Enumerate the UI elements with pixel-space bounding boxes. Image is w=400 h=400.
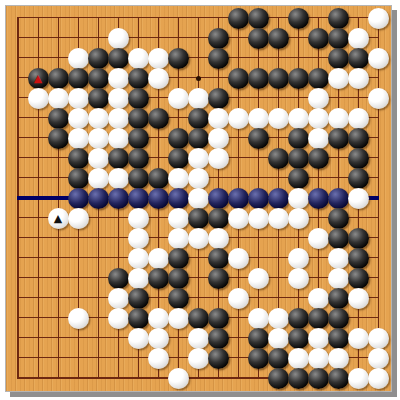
white-stone-r14-c11[interactable] — [228, 288, 249, 309]
white-stone-r17-c18[interactable] — [368, 348, 389, 369]
white-stone-r4-c1[interactable] — [28, 88, 49, 109]
white-stone-r17-c14[interactable] — [288, 348, 309, 369]
white-stone-r14-c15[interactable] — [308, 288, 329, 309]
black-stone-r8-c6[interactable] — [128, 168, 149, 189]
black-stone-r14-c6[interactable] — [128, 288, 149, 309]
go-board[interactable]: ▲▲ — [5, 5, 392, 392]
stone-layer: ▲▲ — [8, 8, 388, 388]
black-stone-r6-c9[interactable] — [188, 128, 209, 149]
black-stone-r10-c10[interactable] — [208, 208, 229, 229]
black-stone-r8-c7[interactable] — [148, 168, 169, 189]
black-stone-r10-c16[interactable] — [328, 208, 349, 229]
triangle-marker: ▲ — [48, 208, 69, 229]
white-stone-r17-c16[interactable] — [328, 348, 349, 369]
white-stone-r13-c16[interactable] — [328, 268, 349, 289]
black-stone-r5-c7[interactable] — [148, 108, 169, 129]
black-stone-r11-c16[interactable] — [328, 228, 349, 249]
black-stone-r9-c8[interactable] — [168, 188, 189, 209]
black-stone-r0-c12[interactable] — [248, 8, 269, 29]
black-stone-r5-c2[interactable] — [48, 108, 69, 129]
white-stone-r5-c11[interactable] — [228, 108, 249, 129]
white-stone-r11-c10[interactable] — [208, 228, 229, 249]
black-stone-r3-c12[interactable] — [248, 68, 269, 89]
white-stone-r2-c3[interactable] — [68, 48, 89, 69]
white-stone-r8-c9[interactable] — [188, 168, 209, 189]
white-stone-r13-c14[interactable] — [288, 268, 309, 289]
black-stone-r5-c6[interactable] — [128, 108, 149, 129]
white-stone-r8-c8[interactable] — [168, 168, 189, 189]
black-stone-r8-c17[interactable] — [348, 168, 369, 189]
white-stone-r5-c5[interactable] — [108, 108, 129, 129]
black-stone-r9-c11[interactable] — [228, 188, 249, 209]
white-stone-r7-c4[interactable] — [88, 148, 109, 169]
black-stone-r3-c4[interactable] — [88, 68, 109, 89]
black-stone-r2-c10[interactable] — [208, 48, 229, 69]
black-stone-r4-c10[interactable] — [208, 88, 229, 109]
white-stone-r4-c3[interactable] — [68, 88, 89, 109]
black-stone-r1-c13[interactable] — [268, 28, 289, 49]
black-stone-r7-c14[interactable] — [288, 148, 309, 169]
white-stone-r6-c15[interactable] — [308, 128, 329, 149]
black-stone-r13-c7[interactable] — [148, 268, 169, 289]
white-stone-r6-c5[interactable] — [108, 128, 129, 149]
black-stone-r9-c4[interactable] — [88, 188, 109, 209]
white-stone-r17-c7[interactable] — [148, 348, 169, 369]
white-stone-r12-c7[interactable] — [148, 248, 169, 269]
white-stone-r16-c13[interactable] — [268, 328, 289, 349]
white-stone-r16-c18[interactable] — [368, 328, 389, 349]
white-stone-r15-c8[interactable] — [168, 308, 189, 329]
white-stone-r4-c15[interactable] — [308, 88, 329, 109]
white-stone-r2-c6[interactable] — [128, 48, 149, 69]
black-stone-r7-c13[interactable] — [268, 148, 289, 169]
black-stone-r13-c10[interactable] — [208, 268, 229, 289]
white-stone-r10-c3[interactable] — [68, 208, 89, 229]
black-stone-r11-c17[interactable] — [348, 228, 369, 249]
black-stone-r9-c6[interactable] — [128, 188, 149, 209]
black-stone-r16-c16[interactable] — [328, 328, 349, 349]
black-stone-r4-c6[interactable] — [128, 88, 149, 109]
black-stone-r1-c12[interactable] — [248, 28, 269, 49]
white-stone-r5-c16[interactable] — [328, 108, 349, 129]
white-stone-r13-c6[interactable] — [128, 268, 149, 289]
white-stone-r0-c18[interactable] — [368, 8, 389, 29]
white-stone-r10-c14[interactable] — [288, 208, 309, 229]
white-stone-r12-c16[interactable] — [328, 248, 349, 269]
white-stone-r10-c11[interactable] — [228, 208, 249, 229]
white-stone-r3-c17[interactable] — [348, 68, 369, 89]
white-stone-r4-c2[interactable] — [48, 88, 69, 109]
white-stone-r16-c9[interactable] — [188, 328, 209, 349]
white-stone-r16-c7[interactable] — [148, 328, 169, 349]
white-stone-r10-c2[interactable]: ▲ — [48, 208, 69, 229]
black-stone-r9-c12[interactable] — [248, 188, 269, 209]
white-stone-r5-c10[interactable] — [208, 108, 229, 129]
black-stone-r4-c4[interactable] — [88, 88, 109, 109]
black-stone-r1-c16[interactable] — [328, 28, 349, 49]
white-stone-r15-c7[interactable] — [148, 308, 169, 329]
white-stone-r9-c17[interactable] — [348, 188, 369, 209]
black-stone-r16-c12[interactable] — [248, 328, 269, 349]
white-stone-r5-c17[interactable] — [348, 108, 369, 129]
black-stone-r18-c14[interactable] — [288, 368, 309, 389]
white-stone-r18-c18[interactable] — [368, 368, 389, 389]
black-stone-r2-c17[interactable] — [348, 48, 369, 69]
black-stone-r7-c3[interactable] — [68, 148, 89, 169]
white-stone-r15-c5[interactable] — [108, 308, 129, 329]
black-stone-r15-c15[interactable] — [308, 308, 329, 329]
black-stone-r3-c14[interactable] — [288, 68, 309, 89]
black-stone-r3-c11[interactable] — [228, 68, 249, 89]
black-stone-r16-c10[interactable] — [208, 328, 229, 349]
black-stone-r7-c6[interactable] — [128, 148, 149, 169]
white-stone-r4-c18[interactable] — [368, 88, 389, 109]
black-stone-r7-c15[interactable] — [308, 148, 329, 169]
triangle-marker: ▲ — [28, 68, 49, 89]
white-stone-r7-c10[interactable] — [208, 148, 229, 169]
black-stone-r0-c14[interactable] — [288, 8, 309, 29]
white-stone-r5-c12[interactable] — [248, 108, 269, 129]
white-stone-r17-c15[interactable] — [308, 348, 329, 369]
white-stone-r5-c3[interactable] — [68, 108, 89, 129]
black-stone-r14-c8[interactable] — [168, 288, 189, 309]
white-stone-r5-c14[interactable] — [288, 108, 309, 129]
black-stone-r8-c3[interactable] — [68, 168, 89, 189]
black-stone-r13-c8[interactable] — [168, 268, 189, 289]
black-stone-r3-c15[interactable] — [308, 68, 329, 89]
white-stone-r8-c4[interactable] — [88, 168, 109, 189]
white-stone-r6-c4[interactable] — [88, 128, 109, 149]
black-stone-r8-c14[interactable] — [288, 168, 309, 189]
white-stone-r10-c13[interactable] — [268, 208, 289, 229]
white-stone-r13-c12[interactable] — [248, 268, 269, 289]
black-stone-r15-c10[interactable] — [208, 308, 229, 329]
white-stone-r15-c13[interactable] — [268, 308, 289, 329]
white-stone-r12-c14[interactable] — [288, 248, 309, 269]
black-stone-r17-c12[interactable] — [248, 348, 269, 369]
black-stone-r7-c5[interactable] — [108, 148, 129, 169]
white-stone-r5-c15[interactable] — [308, 108, 329, 129]
white-stone-r3-c5[interactable] — [108, 68, 129, 89]
black-stone-r16-c14[interactable] — [288, 328, 309, 349]
black-stone-r9-c15[interactable] — [308, 188, 329, 209]
black-stone-r12-c8[interactable] — [168, 248, 189, 269]
black-stone-r0-c11[interactable] — [228, 8, 249, 29]
white-stone-r4-c8[interactable] — [168, 88, 189, 109]
black-stone-r15-c16[interactable] — [328, 308, 349, 329]
black-stone-r6-c6[interactable] — [128, 128, 149, 149]
white-stone-r7-c9[interactable] — [188, 148, 209, 169]
white-stone-r4-c5[interactable] — [108, 88, 129, 109]
black-stone-r15-c14[interactable] — [288, 308, 309, 329]
black-stone-r2-c8[interactable] — [168, 48, 189, 69]
black-stone-r7-c8[interactable] — [168, 148, 189, 169]
white-stone-r2-c7[interactable] — [148, 48, 169, 69]
white-stone-r16-c17[interactable] — [348, 328, 369, 349]
white-stone-r18-c17[interactable] — [348, 368, 369, 389]
black-stone-r15-c6[interactable] — [128, 308, 149, 329]
white-stone-r11-c6[interactable] — [128, 228, 149, 249]
white-stone-r15-c12[interactable] — [248, 308, 269, 329]
white-stone-r12-c6[interactable] — [128, 248, 149, 269]
white-stone-r16-c15[interactable] — [308, 328, 329, 349]
white-stone-r2-c18[interactable] — [368, 48, 389, 69]
white-stone-r3-c16[interactable] — [328, 68, 349, 89]
black-stone-r12-c17[interactable] — [348, 248, 369, 269]
white-stone-r3-c7[interactable] — [148, 68, 169, 89]
white-stone-r9-c9[interactable] — [188, 188, 209, 209]
black-stone-r7-c17[interactable] — [348, 148, 369, 169]
white-stone-r6-c10[interactable] — [208, 128, 229, 149]
black-stone-r2-c16[interactable] — [328, 48, 349, 69]
white-stone-r5-c13[interactable] — [268, 108, 289, 129]
black-stone-r6-c14[interactable] — [288, 128, 309, 149]
black-stone-r9-c13[interactable] — [268, 188, 289, 209]
white-stone-r1-c5[interactable] — [108, 28, 129, 49]
black-stone-r9-c16[interactable] — [328, 188, 349, 209]
black-stone-r13-c17[interactable] — [348, 268, 369, 289]
black-stone-r3-c2[interactable] — [48, 68, 69, 89]
white-stone-r6-c3[interactable] — [68, 128, 89, 149]
black-stone-r3-c13[interactable] — [268, 68, 289, 89]
white-stone-r10-c12[interactable] — [248, 208, 269, 229]
black-stone-r14-c16[interactable] — [328, 288, 349, 309]
black-stone-r13-c5[interactable] — [108, 268, 129, 289]
white-stone-r15-c3[interactable] — [68, 308, 89, 329]
white-stone-r11-c9[interactable] — [188, 228, 209, 249]
black-stone-r18-c15[interactable] — [308, 368, 329, 389]
black-stone-r2-c5[interactable] — [108, 48, 129, 69]
black-stone-r1-c10[interactable] — [208, 28, 229, 49]
black-stone-r10-c9[interactable] — [188, 208, 209, 229]
white-stone-r14-c5[interactable] — [108, 288, 129, 309]
white-stone-r10-c6[interactable] — [128, 208, 149, 229]
black-stone-r17-c10[interactable] — [208, 348, 229, 369]
black-stone-r6-c12[interactable] — [248, 128, 269, 149]
black-stone-r12-c10[interactable] — [208, 248, 229, 269]
black-stone-r6-c8[interactable] — [168, 128, 189, 149]
black-stone-r9-c7[interactable] — [148, 188, 169, 209]
white-stone-r18-c8[interactable] — [168, 368, 189, 389]
black-stone-r1-c15[interactable] — [308, 28, 329, 49]
black-stone-r17-c13[interactable] — [268, 348, 289, 369]
black-stone-r15-c9[interactable] — [188, 308, 209, 329]
black-stone-r0-c16[interactable] — [328, 8, 349, 29]
white-stone-r14-c17[interactable] — [348, 288, 369, 309]
white-stone-r9-c14[interactable] — [288, 188, 309, 209]
white-stone-r5-c4[interactable] — [88, 108, 109, 129]
white-stone-r4-c9[interactable] — [188, 88, 209, 109]
white-stone-r16-c6[interactable] — [128, 328, 149, 349]
black-stone-r9-c3[interactable] — [68, 188, 89, 209]
black-stone-r3-c3[interactable] — [68, 68, 89, 89]
white-stone-r1-c17[interactable] — [348, 28, 369, 49]
white-stone-r17-c9[interactable] — [188, 348, 209, 369]
white-stone-r8-c5[interactable] — [108, 168, 129, 189]
black-stone-r18-c16[interactable] — [328, 368, 349, 389]
white-stone-r10-c8[interactable] — [168, 208, 189, 229]
black-stone-r5-c9[interactable] — [188, 108, 209, 129]
black-stone-r6-c2[interactable] — [48, 128, 69, 149]
black-stone-r6-c16[interactable] — [328, 128, 349, 149]
black-stone-r18-c13[interactable] — [268, 368, 289, 389]
white-stone-r12-c11[interactable] — [228, 248, 249, 269]
white-stone-r11-c8[interactable] — [168, 228, 189, 249]
black-stone-r3-c6[interactable] — [128, 68, 149, 89]
black-stone-r3-c1[interactable]: ▲ — [28, 68, 49, 89]
black-stone-r9-c5[interactable] — [108, 188, 129, 209]
white-stone-r11-c15[interactable] — [308, 228, 329, 249]
black-stone-r2-c4[interactable] — [88, 48, 109, 69]
black-stone-r9-c10[interactable] — [208, 188, 229, 209]
black-stone-r6-c17[interactable] — [348, 128, 369, 149]
